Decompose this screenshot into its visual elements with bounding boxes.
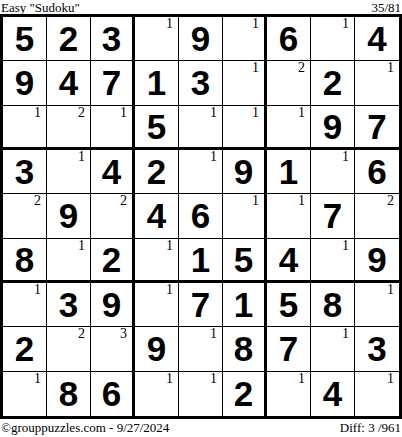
pencil-mark: 1 [34,105,41,120]
given-digit: 2 [234,376,253,411]
cell-r1c3[interactable]: 3 [91,17,135,61]
pencil-mark: 3 [120,326,127,341]
given-digit: 1 [234,287,253,322]
cell-r1c1[interactable]: 5 [3,17,47,61]
cell-r9c7[interactable]: 1 [267,372,311,416]
pencil-mark: 1 [342,238,349,253]
cell-r1c2[interactable]: 2 [47,17,91,61]
cell-r5c2[interactable]: 9 [47,194,91,238]
cell-r2c4[interactable]: 1 [135,61,179,105]
pencil-mark: 2 [34,193,41,208]
pencil-mark: 2 [298,60,305,75]
sudoku-board: 5231916149471312211215111973142191162924… [0,14,402,419]
cell-r7c1[interactable]: 1 [3,283,47,327]
given-digit: 7 [191,287,210,322]
cell-r2c6[interactable]: 1 [223,61,267,105]
pencil-mark: 1 [210,105,217,120]
cell-r1c6[interactable]: 1 [223,17,267,61]
copyright-text: ©grouppuzzles.com - 9/27/2024 [1,421,169,435]
cell-r3c6[interactable]: 1 [223,106,267,150]
cell-r6c3[interactable]: 2 [91,239,135,283]
pencil-mark: 1 [252,105,259,120]
cell-r7c5[interactable]: 7 [179,283,223,327]
pencil-mark: 2 [120,193,127,208]
given-digit: 4 [367,21,386,56]
cell-r2c7[interactable]: 2 [267,61,311,105]
cell-r5c5[interactable]: 6 [179,194,223,238]
given-digit: 9 [102,287,121,322]
cell-r6c9[interactable]: 9 [355,239,399,283]
cell-r5c4[interactable]: 4 [135,194,179,238]
cell-r4c2[interactable]: 1 [47,150,91,194]
cell-r9c9[interactable]: 1 [355,372,399,416]
pencil-mark: 1 [78,149,85,164]
given-digit: 4 [102,154,121,189]
given-digit: 2 [59,21,78,56]
cell-r9c3[interactable]: 6 [91,372,135,416]
pencil-mark: 1 [78,238,85,253]
cell-r4c9[interactable]: 6 [355,150,399,194]
cell-r9c2[interactable]: 8 [47,372,91,416]
given-digit: 9 [323,109,342,144]
given-digit: 4 [323,376,342,411]
cell-r8c2[interactable]: 2 [47,327,91,371]
pencil-mark: 1 [166,16,173,31]
pencil-mark: 1 [210,326,217,341]
cell-r6c6[interactable]: 5 [223,239,267,283]
cell-r8c8[interactable]: 1 [311,327,355,371]
cell-r1c8[interactable]: 1 [311,17,355,61]
cell-r6c7[interactable]: 4 [267,239,311,283]
given-digit: 4 [279,242,298,277]
cell-r8c1[interactable]: 2 [3,327,47,371]
given-digit: 5 [279,287,298,322]
header: Easy "Sudoku" 35/81 [0,0,402,14]
pencil-mark: 1 [298,371,305,386]
cell-r8c5[interactable]: 1 [179,327,223,371]
pencil-mark: 1 [34,282,41,297]
cell-r3c9[interactable]: 7 [355,106,399,150]
page-title: Easy "Sudoku" [1,1,80,14]
pencil-mark: 1 [210,371,217,386]
cell-r6c5[interactable]: 1 [179,239,223,283]
given-digit: 5 [234,242,253,277]
given-digit: 9 [15,65,34,100]
cell-r1c5[interactable]: 9 [179,17,223,61]
pencil-mark: 1 [342,326,349,341]
cell-r2c8[interactable]: 2 [311,61,355,105]
given-digit: 3 [102,21,121,56]
cell-r9c1[interactable]: 1 [3,372,47,416]
cell-r6c1[interactable]: 8 [3,239,47,283]
cells-remaining-counter: 35/81 [371,1,401,14]
cell-r1c7[interactable]: 6 [267,17,311,61]
given-digit: 8 [234,331,253,366]
pencil-mark: 2 [387,193,394,208]
given-digit: 3 [367,331,386,366]
pencil-mark: 1 [252,193,259,208]
cell-r2c5[interactable]: 3 [179,61,223,105]
given-digit: 4 [147,198,166,233]
given-digit: 5 [15,21,34,56]
cell-r8c3[interactable]: 3 [91,327,135,371]
cell-r9c8[interactable]: 4 [311,372,355,416]
given-digit: 6 [279,21,298,56]
cell-r2c2[interactable]: 4 [47,61,91,105]
cell-r3c7[interactable]: 1 [267,106,311,150]
pencil-mark: 1 [342,149,349,164]
cell-r6c4[interactable]: 1 [135,239,179,283]
given-digit: 6 [102,376,121,411]
given-digit: 4 [59,65,78,100]
given-digit: 8 [323,287,342,322]
difficulty-text: Diff: 3 /961 [340,421,401,435]
given-digit: 6 [191,198,210,233]
given-digit: 8 [15,242,34,277]
cell-r4c3[interactable]: 4 [91,150,135,194]
pencil-mark: 1 [252,60,259,75]
cell-r9c4[interactable]: 1 [135,372,179,416]
pencil-mark: 1 [298,105,305,120]
given-digit: 7 [279,331,298,366]
cell-r1c4[interactable]: 1 [135,17,179,61]
given-digit: 3 [59,287,78,322]
cell-r9c5[interactable]: 1 [179,372,223,416]
given-digit: 7 [323,198,342,233]
cell-r7c8[interactable]: 8 [311,283,355,327]
cell-r3c4[interactable]: 5 [135,106,179,150]
cell-r4c5[interactable]: 1 [179,150,223,194]
given-digit: 7 [367,109,386,144]
cell-r7c6[interactable]: 1 [223,283,267,327]
given-digit: 5 [147,109,166,144]
pencil-mark: 1 [387,60,394,75]
cell-r3c1[interactable]: 1 [3,106,47,150]
cell-r4c7[interactable]: 1 [267,150,311,194]
cell-r8c9[interactable]: 3 [355,327,399,371]
cell-r4c6[interactable]: 9 [223,150,267,194]
cell-r5c8[interactable]: 7 [311,194,355,238]
pencil-mark: 2 [78,326,85,341]
cell-r7c2[interactable]: 3 [47,283,91,327]
given-digit: 2 [15,331,34,366]
cell-r6c2[interactable]: 1 [47,239,91,283]
cell-r3c3[interactable]: 1 [91,106,135,150]
cell-r9c6[interactable]: 2 [223,372,267,416]
pencil-mark: 1 [166,238,173,253]
pencil-mark: 1 [166,282,173,297]
cell-r2c9[interactable]: 1 [355,61,399,105]
given-digit: 9 [147,331,166,366]
given-digit: 6 [367,154,386,189]
cell-r7c3[interactable]: 9 [91,283,135,327]
cell-r8c4[interactable]: 9 [135,327,179,371]
cell-r2c3[interactable]: 7 [91,61,135,105]
given-digit: 2 [147,154,166,189]
cell-r7c7[interactable]: 5 [267,283,311,327]
given-digit: 3 [191,65,210,100]
given-digit: 2 [102,242,121,277]
cell-r7c9[interactable]: 1 [355,283,399,327]
given-digit: 7 [102,65,121,100]
cell-r7c4[interactable]: 1 [135,283,179,327]
cell-r8c7[interactable]: 7 [267,327,311,371]
pencil-mark: 1 [210,149,217,164]
given-digit: 9 [59,198,78,233]
cell-r5c6[interactable]: 1 [223,194,267,238]
pencil-mark: 1 [166,371,173,386]
pencil-mark: 1 [252,16,259,31]
given-digit: 9 [367,242,386,277]
given-digit: 9 [191,21,210,56]
cell-r3c5[interactable]: 1 [179,106,223,150]
given-digit: 1 [279,154,298,189]
cell-r4c4[interactable]: 2 [135,150,179,194]
pencil-mark: 1 [34,371,41,386]
pencil-mark: 1 [342,16,349,31]
given-digit: 1 [191,242,210,277]
cell-r8c6[interactable]: 8 [223,327,267,371]
given-digit: 9 [234,154,253,189]
given-digit: 2 [323,65,342,100]
cell-r6c8[interactable]: 1 [311,239,355,283]
pencil-mark: 1 [387,282,394,297]
cell-r5c3[interactable]: 2 [91,194,135,238]
cell-r5c1[interactable]: 2 [3,194,47,238]
given-digit: 3 [15,154,34,189]
footer: ©grouppuzzles.com - 9/27/2024 Diff: 3 /9… [0,419,402,437]
cell-r5c9[interactable]: 2 [355,194,399,238]
cell-r2c1[interactable]: 9 [3,61,47,105]
cell-r4c8[interactable]: 1 [311,150,355,194]
pencil-mark: 1 [298,193,305,208]
cell-r3c2[interactable]: 2 [47,106,91,150]
given-digit: 1 [147,65,166,100]
cell-r4c1[interactable]: 3 [3,150,47,194]
given-digit: 8 [59,376,78,411]
cell-r3c8[interactable]: 9 [311,106,355,150]
pencil-mark: 1 [120,105,127,120]
cell-r1c9[interactable]: 4 [355,17,399,61]
cell-r5c7[interactable]: 1 [267,194,311,238]
pencil-mark: 2 [78,105,85,120]
pencil-mark: 1 [387,371,394,386]
